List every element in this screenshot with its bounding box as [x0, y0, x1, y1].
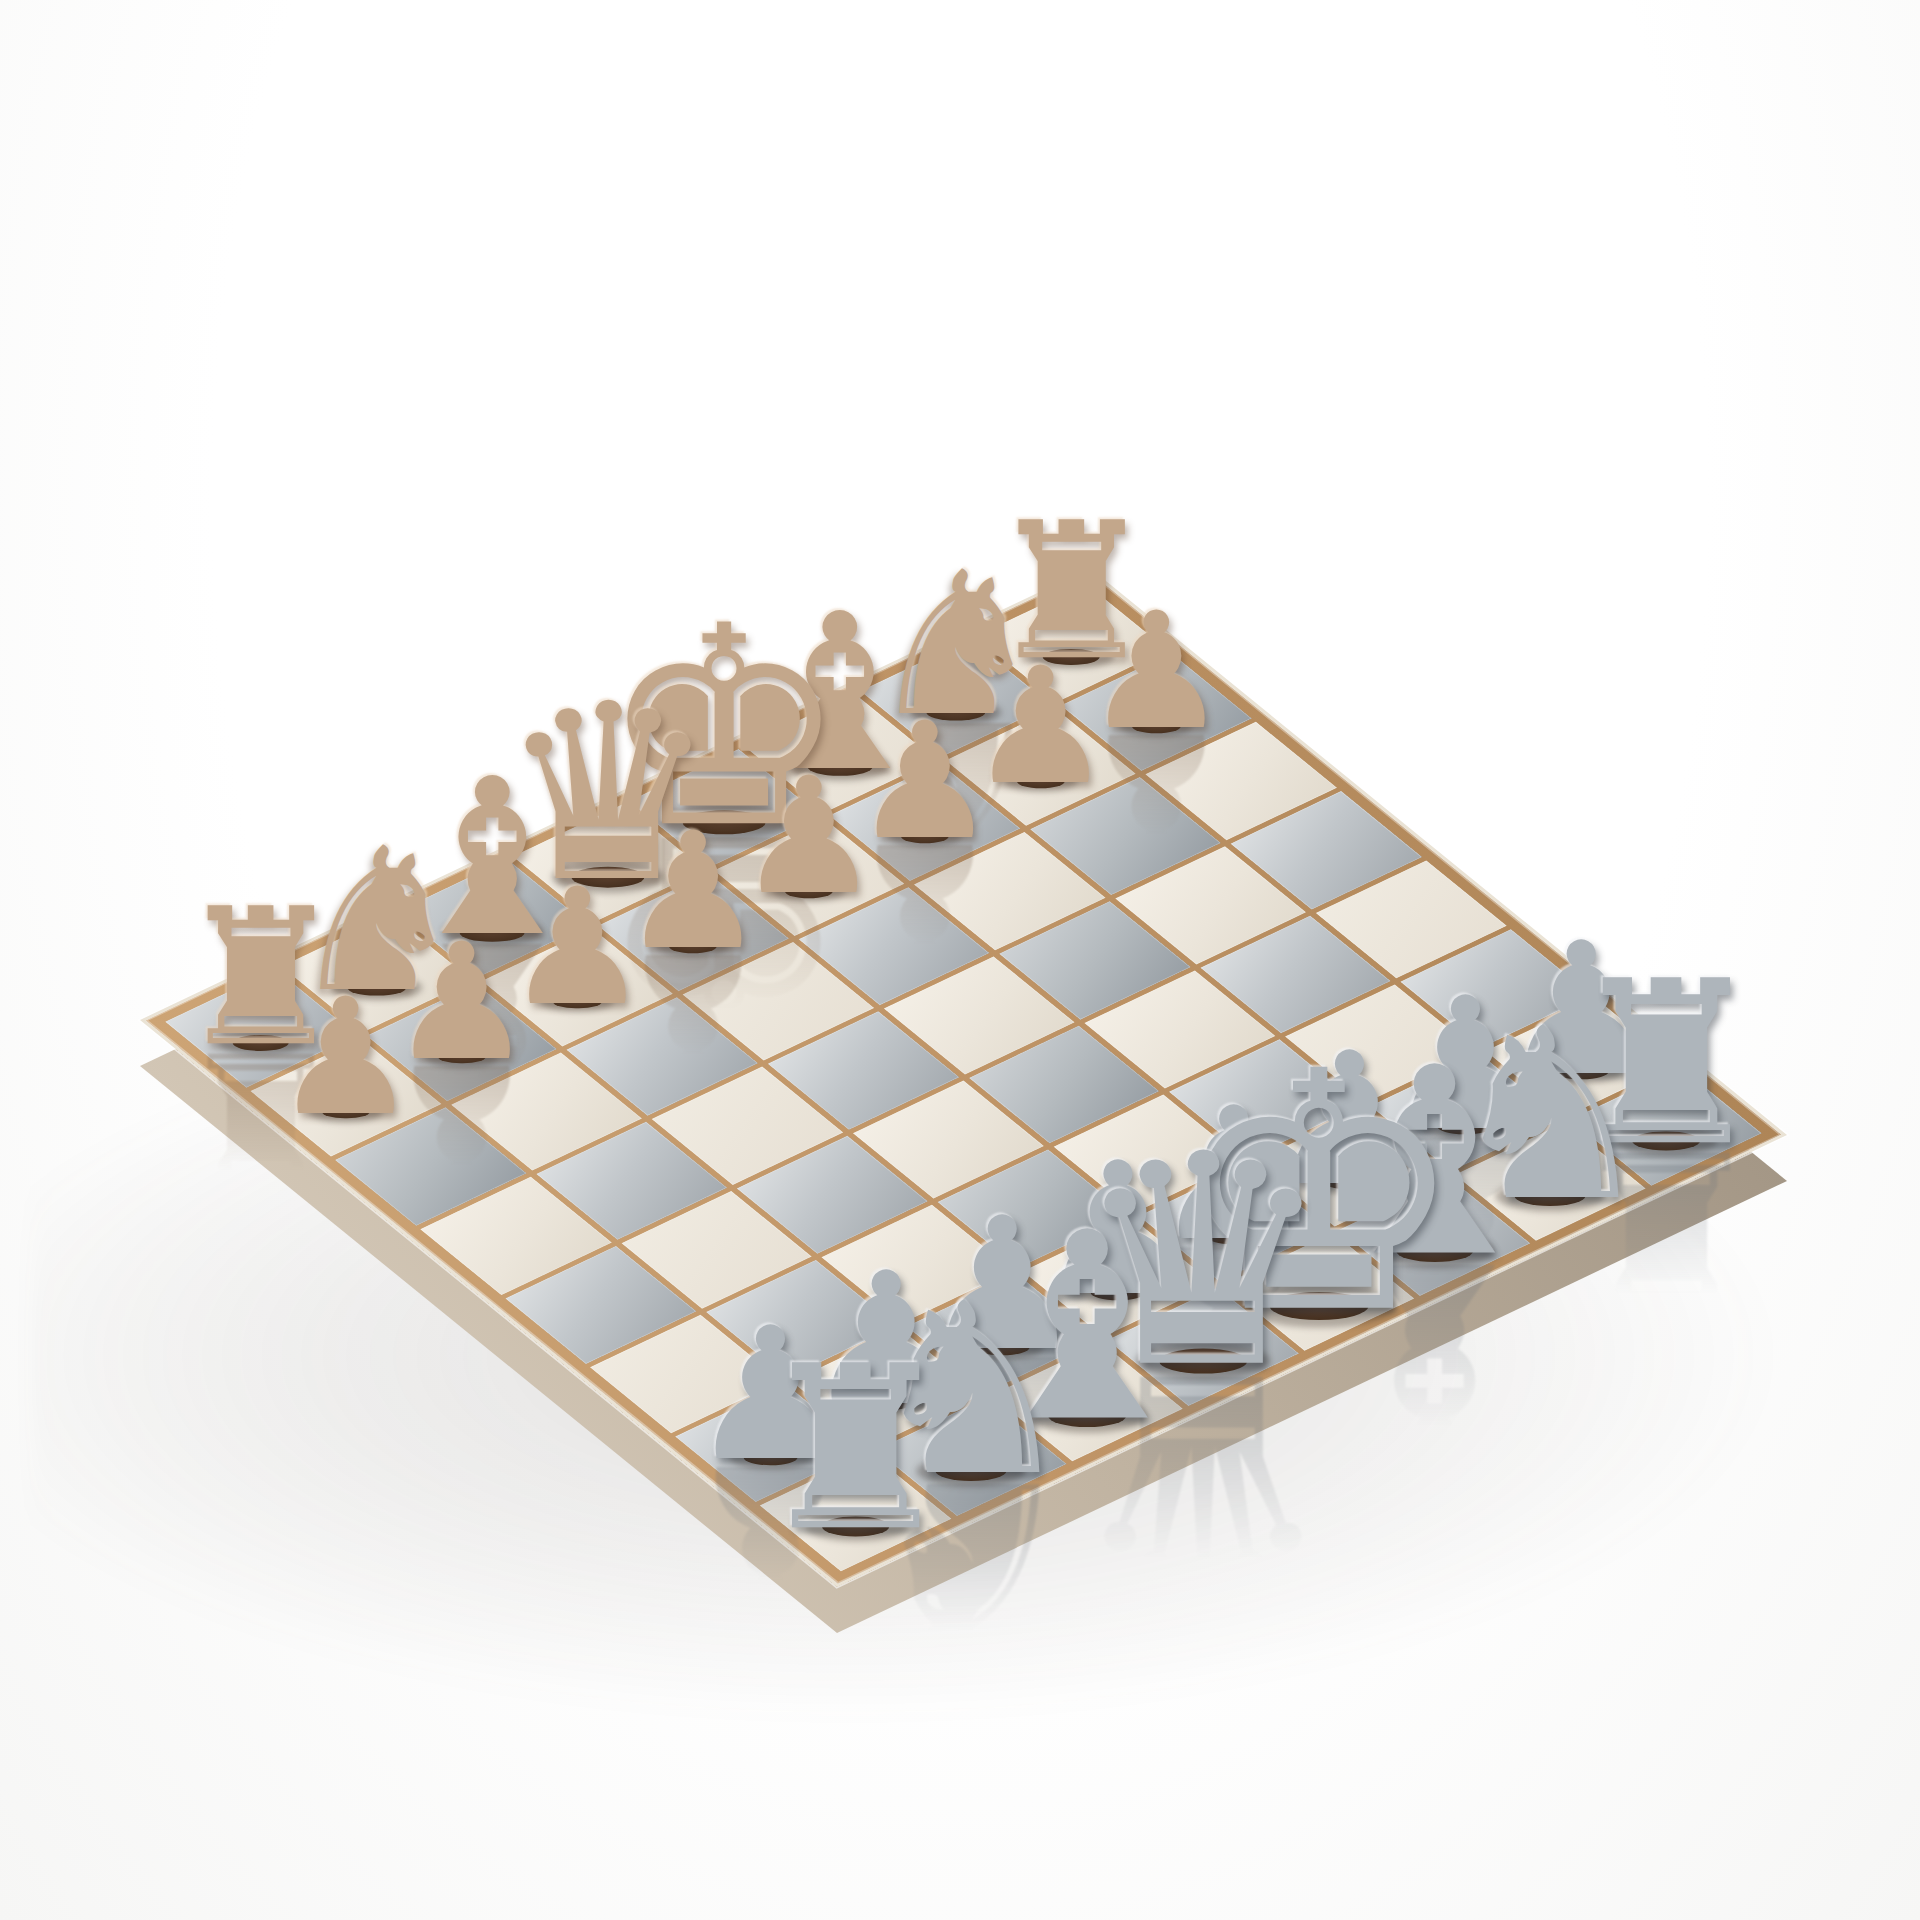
product-photo-stage: ♜♜♞♝♝♛♚♚♝♞♞♜♟♟♟♟♟♟♟♟♟♟♟♟♟♟♟♟♟♟♟♟♟♟♟♟♜♞♞♝…	[0, 0, 1920, 1920]
